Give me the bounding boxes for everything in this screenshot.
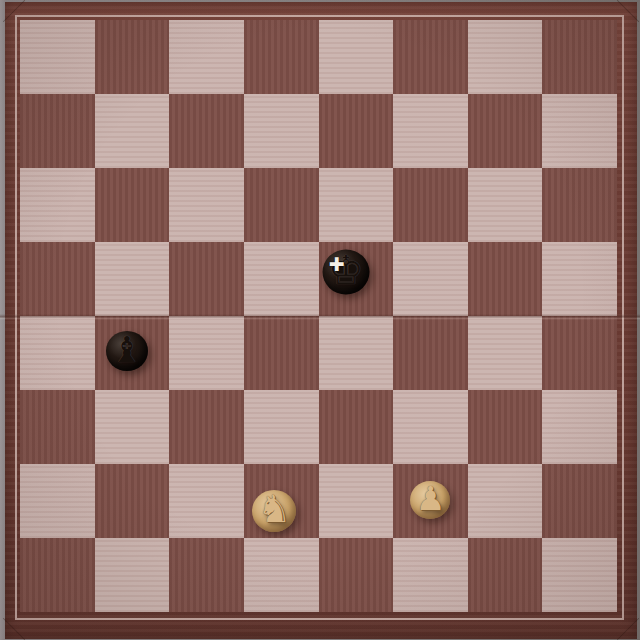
white-pawn-top-view xyxy=(410,481,450,519)
square-b5[interactable] xyxy=(95,242,170,316)
square-c4[interactable] xyxy=(169,316,244,390)
square-a2[interactable] xyxy=(20,464,95,538)
bishop-icon: ♝ xyxy=(111,332,143,368)
square-d4[interactable] xyxy=(244,316,319,390)
chessboard-photo: ♚✚♝♞♟ xyxy=(0,0,640,640)
square-b8[interactable] xyxy=(95,20,170,94)
square-d2[interactable]: ♞ xyxy=(244,464,319,538)
square-f5[interactable] xyxy=(393,242,468,316)
square-c5[interactable] xyxy=(169,242,244,316)
square-e5[interactable]: ♚✚ xyxy=(319,242,394,316)
square-g6[interactable] xyxy=(468,168,543,242)
square-e8[interactable] xyxy=(319,20,394,94)
knight-icon: ♞ xyxy=(257,490,291,528)
square-c2[interactable] xyxy=(169,464,244,538)
square-f4[interactable] xyxy=(393,316,468,390)
square-b7[interactable] xyxy=(95,94,170,168)
square-f8[interactable] xyxy=(393,20,468,94)
chess-board: ♚✚♝♞♟ xyxy=(20,20,617,612)
square-c6[interactable] xyxy=(169,168,244,242)
square-f6[interactable] xyxy=(393,168,468,242)
square-g5[interactable] xyxy=(468,242,543,316)
square-a6[interactable] xyxy=(20,168,95,242)
square-b1[interactable] xyxy=(95,538,170,612)
square-a5[interactable] xyxy=(20,242,95,316)
square-e6[interactable] xyxy=(319,168,394,242)
square-g7[interactable] xyxy=(468,94,543,168)
square-e3[interactable] xyxy=(319,390,394,464)
square-a8[interactable] xyxy=(20,20,95,94)
square-g8[interactable] xyxy=(468,20,543,94)
square-e4[interactable] xyxy=(319,316,394,390)
square-d5[interactable] xyxy=(244,242,319,316)
square-h2[interactable] xyxy=(542,464,617,538)
square-b4[interactable]: ♝ xyxy=(95,316,170,390)
square-f3[interactable] xyxy=(393,390,468,464)
square-g2[interactable] xyxy=(468,464,543,538)
square-c7[interactable] xyxy=(169,94,244,168)
black-bishop-top-view xyxy=(106,331,148,371)
black-king-top-view xyxy=(322,250,369,295)
square-g1[interactable] xyxy=(468,538,543,612)
square-c3[interactable] xyxy=(169,390,244,464)
square-f7[interactable] xyxy=(393,94,468,168)
king-cross-finial-icon: ✚ xyxy=(329,255,345,274)
square-e7[interactable] xyxy=(319,94,394,168)
square-a4[interactable] xyxy=(20,316,95,390)
square-a3[interactable] xyxy=(20,390,95,464)
square-h1[interactable] xyxy=(542,538,617,612)
square-h7[interactable] xyxy=(542,94,617,168)
square-h6[interactable] xyxy=(542,168,617,242)
square-d7[interactable] xyxy=(244,94,319,168)
king-icon: ♚ xyxy=(328,250,364,290)
white-knight-top-view xyxy=(252,490,296,532)
square-h8[interactable] xyxy=(542,20,617,94)
square-f1[interactable] xyxy=(393,538,468,612)
square-c1[interactable] xyxy=(169,538,244,612)
square-h5[interactable] xyxy=(542,242,617,316)
square-d3[interactable] xyxy=(244,390,319,464)
square-d1[interactable] xyxy=(244,538,319,612)
square-g3[interactable] xyxy=(468,390,543,464)
square-a7[interactable] xyxy=(20,94,95,168)
square-e1[interactable] xyxy=(319,538,394,612)
square-h4[interactable] xyxy=(542,316,617,390)
square-h3[interactable] xyxy=(542,390,617,464)
square-g4[interactable] xyxy=(468,316,543,390)
square-b2[interactable] xyxy=(95,464,170,538)
square-c8[interactable] xyxy=(169,20,244,94)
square-d6[interactable] xyxy=(244,168,319,242)
square-f2[interactable]: ♟ xyxy=(393,464,468,538)
pawn-icon: ♟ xyxy=(416,482,446,515)
square-a1[interactable] xyxy=(20,538,95,612)
square-d8[interactable] xyxy=(244,20,319,94)
square-b6[interactable] xyxy=(95,168,170,242)
square-e2[interactable] xyxy=(319,464,394,538)
square-b3[interactable] xyxy=(95,390,170,464)
